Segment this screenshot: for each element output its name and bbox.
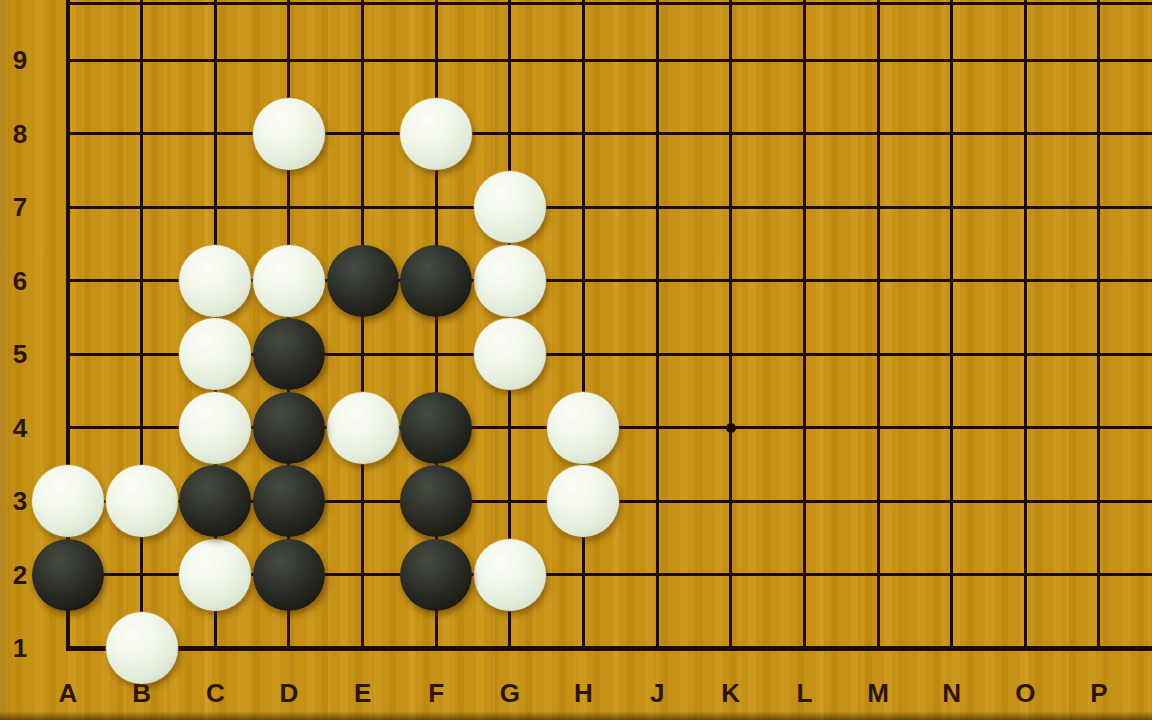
column-label: M	[858, 678, 898, 709]
white-stone	[474, 539, 546, 611]
grid-line	[140, 0, 143, 651]
column-label: C	[195, 678, 235, 709]
white-stone	[253, 245, 325, 317]
column-label: F	[416, 678, 456, 709]
black-stone	[400, 392, 472, 464]
grid-line	[729, 0, 732, 651]
white-stone	[474, 171, 546, 243]
white-stone	[474, 245, 546, 317]
row-label: 8	[2, 119, 38, 150]
grid-line	[66, 646, 1152, 651]
grid-line	[66, 206, 1152, 209]
column-label: J	[637, 678, 677, 709]
bottom-edge-shadow	[0, 711, 1152, 720]
star-point	[726, 423, 736, 433]
black-stone	[400, 465, 472, 537]
white-stone	[179, 245, 251, 317]
grid-line	[582, 0, 585, 651]
row-label: 5	[2, 339, 38, 370]
row-label: 1	[2, 633, 38, 664]
column-label: K	[711, 678, 751, 709]
grid-line	[950, 0, 953, 651]
column-label: H	[563, 678, 603, 709]
column-label: D	[269, 678, 309, 709]
row-label: 7	[2, 192, 38, 223]
black-stone	[253, 392, 325, 464]
grid-line	[1097, 0, 1100, 651]
row-label: 9	[2, 45, 38, 76]
black-stone	[32, 539, 104, 611]
white-stone	[106, 465, 178, 537]
grid-line	[803, 0, 806, 651]
column-label: L	[784, 678, 824, 709]
white-stone	[106, 612, 178, 684]
column-label: A	[48, 678, 88, 709]
column-label: G	[490, 678, 530, 709]
white-stone	[327, 392, 399, 464]
white-stone	[547, 392, 619, 464]
grid-line	[66, 2, 1152, 5]
column-label: N	[932, 678, 972, 709]
black-stone	[400, 245, 472, 317]
black-stone	[253, 465, 325, 537]
black-stone	[327, 245, 399, 317]
grid-line	[1024, 0, 1027, 651]
column-label: E	[343, 678, 383, 709]
white-stone	[179, 539, 251, 611]
column-label: O	[1005, 678, 1045, 709]
row-label: 6	[2, 266, 38, 297]
grid-line	[877, 0, 880, 651]
white-stone	[253, 98, 325, 170]
black-stone	[179, 465, 251, 537]
column-label: P	[1079, 678, 1119, 709]
white-stone	[547, 465, 619, 537]
white-stone	[474, 318, 546, 390]
grid-line	[656, 0, 659, 651]
white-stone	[32, 465, 104, 537]
white-stone	[400, 98, 472, 170]
row-label: 4	[2, 413, 38, 444]
go-board[interactable]: ABCDEFGHJKLMNOP123456789	[0, 0, 1152, 720]
black-stone	[253, 318, 325, 390]
grid-line	[66, 59, 1152, 62]
black-stone	[253, 539, 325, 611]
black-stone	[400, 539, 472, 611]
white-stone	[179, 392, 251, 464]
grid-line	[361, 0, 364, 651]
white-stone	[179, 318, 251, 390]
grid-line	[66, 132, 1152, 135]
